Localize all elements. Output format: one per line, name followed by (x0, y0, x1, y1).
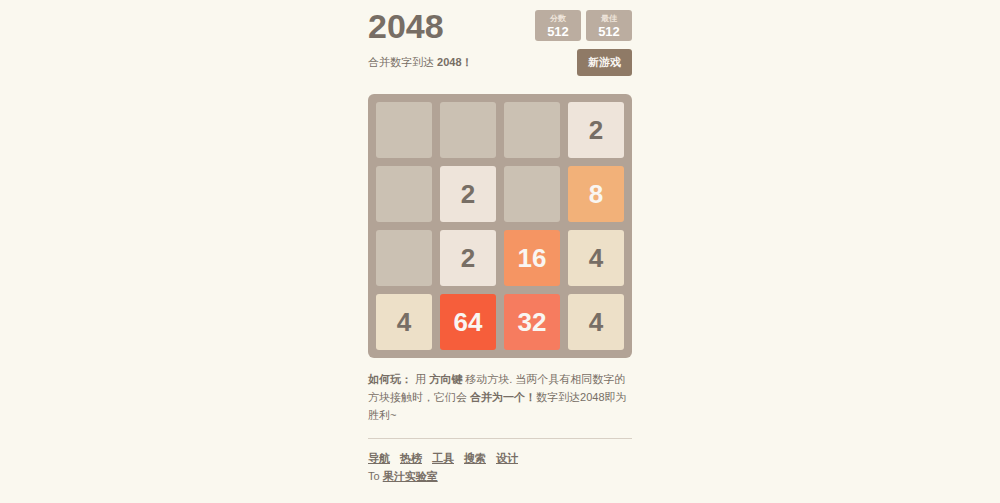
page-title: 2048 (368, 10, 444, 42)
tile-32: 32 (504, 294, 560, 350)
tile-2: 2 (568, 102, 624, 158)
empty-cell (376, 230, 432, 286)
tile-4: 4 (568, 294, 624, 350)
new-game-button[interactable]: 新游戏 (577, 49, 632, 76)
empty-cell (376, 102, 432, 158)
tile-2: 2 (440, 230, 496, 286)
how-to-play-text: 如何玩： 用 方向键 移动方块. 当两个具有相同数字的方块接触时，它们会 合并为… (368, 370, 632, 424)
best-score-box: 最佳 512 (586, 10, 632, 41)
sub-header: 合并数字到达 2048！ 新游戏 (368, 49, 632, 76)
footer-link-4[interactable]: 搜索 (464, 451, 486, 466)
game-container: 2048 分数 512 最佳 512 合并数字到达 2048！ 新游戏 2282… (368, 0, 632, 484)
empty-cell (504, 166, 560, 222)
tile-4: 4 (568, 230, 624, 286)
empty-cell (376, 166, 432, 222)
subtitle-goal: 2048！ (437, 56, 472, 68)
tile-8: 8 (568, 166, 624, 222)
merge-label: 合并为一个！ (470, 391, 536, 403)
instructions-segment: 用 (412, 373, 429, 385)
empty-cell (440, 102, 496, 158)
arrow-keys-label: 方向键 (429, 373, 462, 385)
tile-16: 16 (504, 230, 560, 286)
score-box: 分数 512 (535, 10, 581, 41)
footer-link-5[interactable]: 设计 (496, 451, 518, 466)
footer-link-2[interactable]: 热榜 (400, 451, 422, 466)
how-to-play-label: 如何玩： (368, 373, 412, 385)
score-label: 分数 (543, 14, 573, 24)
board[interactable]: 2282164464324 (368, 94, 632, 358)
credit-link[interactable]: 果汁实验室 (383, 470, 438, 482)
header: 2048 分数 512 最佳 512 (368, 10, 632, 42)
footer-nav: 导航热榜工具搜索设计 (368, 451, 632, 466)
best-score-label: 最佳 (594, 14, 624, 24)
divider (368, 438, 632, 439)
tile-64: 64 (440, 294, 496, 350)
tile-4: 4 (376, 294, 432, 350)
credit-prefix: To (368, 470, 383, 482)
game-subtitle: 合并数字到达 2048！ (368, 55, 473, 70)
empty-cell (504, 102, 560, 158)
best-score-value: 512 (594, 24, 624, 39)
footer-link-1[interactable]: 导航 (368, 451, 390, 466)
subtitle-text: 合并数字到达 (368, 56, 437, 68)
footer-link-3[interactable]: 工具 (432, 451, 454, 466)
tile-2: 2 (440, 166, 496, 222)
score-value: 512 (543, 24, 573, 39)
score-panel: 分数 512 最佳 512 (535, 10, 632, 41)
credit-line: To 果汁实验室 (368, 469, 632, 484)
